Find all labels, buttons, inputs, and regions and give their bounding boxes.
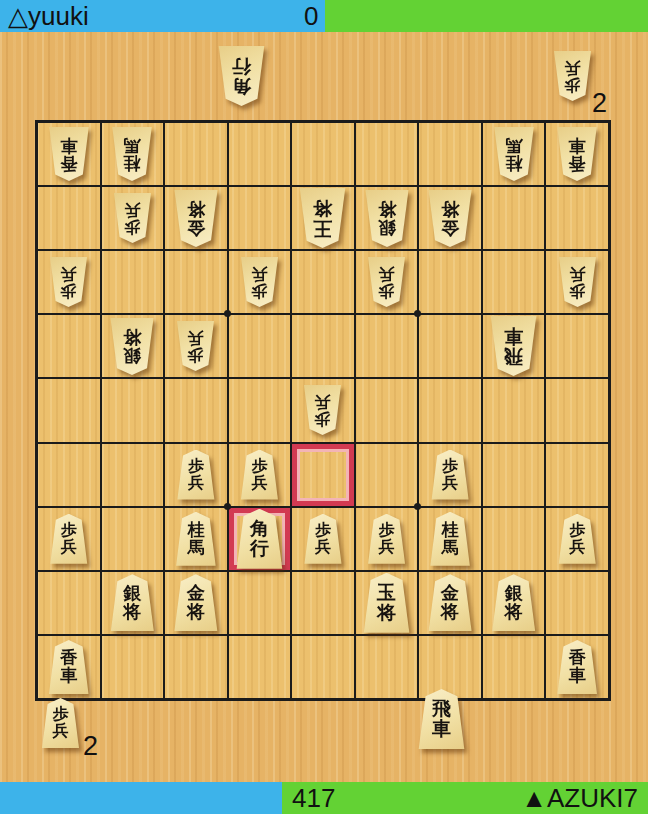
square-9d[interactable] xyxy=(37,314,101,378)
square-8g[interactable] xyxy=(101,507,165,571)
square-8a[interactable]: 桂馬 xyxy=(101,122,165,186)
piece-pawn-sente[interactable]: 歩兵 xyxy=(39,698,82,748)
piece-pawn-gote[interactable]: 歩兵 xyxy=(551,51,594,101)
piece-kanji: 角行 xyxy=(233,509,286,569)
piece-kanji: 歩兵 xyxy=(47,257,90,307)
square-5d[interactable] xyxy=(291,314,355,378)
piece-bishop-sente[interactable]: 角行 xyxy=(233,509,286,569)
square-5i[interactable] xyxy=(291,635,355,699)
square-7c[interactable] xyxy=(164,250,228,314)
hand-sente-rook[interactable]: 飛車 xyxy=(415,689,468,749)
piece-kanji: 香車 xyxy=(554,640,600,694)
square-6e[interactable] xyxy=(228,378,292,442)
piece-lance-gote[interactable]: 香車 xyxy=(554,127,600,181)
piece-kanji: 歩兵 xyxy=(174,321,217,371)
piece-pawn-sente[interactable]: 歩兵 xyxy=(556,514,599,564)
piece-kanji: 香車 xyxy=(46,127,92,181)
piece-knight-gote[interactable]: 桂馬 xyxy=(109,127,155,181)
hand-gote-pawn[interactable]: 歩兵 xyxy=(551,51,594,101)
square-3d[interactable] xyxy=(418,314,482,378)
piece-pawn-gote[interactable]: 歩兵 xyxy=(47,257,90,307)
piece-pawn-sente[interactable]: 歩兵 xyxy=(429,450,472,500)
hand-sente-pawn-count: 2 xyxy=(83,731,98,762)
hand-gote-bishop[interactable]: 角行 xyxy=(215,46,268,106)
square-1g[interactable]: 歩兵 xyxy=(545,507,609,571)
piece-pawn-gote[interactable]: 歩兵 xyxy=(111,193,154,243)
piece-kanji: 歩兵 xyxy=(551,51,594,101)
square-5a[interactable] xyxy=(291,122,355,186)
square-4h[interactable]: 玉将 xyxy=(355,571,419,635)
square-3e[interactable] xyxy=(418,378,482,442)
square-3f[interactable]: 歩兵 xyxy=(418,443,482,507)
piece-kanji: 銀将 xyxy=(107,318,157,375)
piece-kanji: 金将 xyxy=(425,190,475,247)
piece-pawn-sente[interactable]: 歩兵 xyxy=(238,450,281,500)
square-5b[interactable]: 王将 xyxy=(291,186,355,250)
square-6h[interactable] xyxy=(228,571,292,635)
piece-kanji: 歩兵 xyxy=(39,698,82,748)
piece-kanji: 歩兵 xyxy=(301,514,344,564)
piece-kanji: 歩兵 xyxy=(174,450,217,500)
piece-gold-sente[interactable]: 金将 xyxy=(171,574,221,631)
piece-kanji: 金将 xyxy=(171,574,221,631)
square-3h[interactable]: 金将 xyxy=(418,571,482,635)
piece-kanji: 歩兵 xyxy=(429,450,472,500)
square-4i[interactable] xyxy=(355,635,419,699)
square-2a[interactable]: 桂馬 xyxy=(482,122,546,186)
piece-gold-gote[interactable]: 金将 xyxy=(171,190,221,247)
piece-pawn-gote[interactable]: 歩兵 xyxy=(174,321,217,371)
piece-pawn-gote[interactable]: 歩兵 xyxy=(301,385,344,435)
piece-kanji: 銀将 xyxy=(107,574,157,631)
square-9i[interactable]: 香車 xyxy=(37,635,101,699)
piece-kanji: 歩兵 xyxy=(111,193,154,243)
piece-kanji: 桂馬 xyxy=(173,512,219,566)
square-9f[interactable] xyxy=(37,443,101,507)
piece-rook-sente[interactable]: 飛車 xyxy=(415,689,468,749)
gote-player-bar: △yuuki 0 xyxy=(0,0,648,32)
square-1h[interactable] xyxy=(545,571,609,635)
square-5f[interactable] xyxy=(291,443,355,507)
piece-knight-sente[interactable]: 桂馬 xyxy=(173,512,219,566)
square-4d[interactable] xyxy=(355,314,419,378)
piece-silver-sente[interactable]: 銀将 xyxy=(489,574,539,631)
square-8h[interactable]: 銀将 xyxy=(101,571,165,635)
square-5g[interactable]: 歩兵 xyxy=(291,507,355,571)
piece-king-gote[interactable]: 王将 xyxy=(296,188,349,248)
square-3c[interactable] xyxy=(418,250,482,314)
hoshi-dot xyxy=(224,310,231,317)
square-6i[interactable] xyxy=(228,635,292,699)
sente-bar-value: 417 xyxy=(292,782,335,814)
square-8b[interactable]: 歩兵 xyxy=(101,186,165,250)
piece-kanji: 金将 xyxy=(171,190,221,247)
square-4a[interactable] xyxy=(355,122,419,186)
square-4e[interactable] xyxy=(355,378,419,442)
square-7d[interactable]: 歩兵 xyxy=(164,314,228,378)
square-8c[interactable] xyxy=(101,250,165,314)
piece-pawn-sente[interactable]: 歩兵 xyxy=(365,514,408,564)
piece-pawn-gote[interactable]: 歩兵 xyxy=(556,257,599,307)
square-9h[interactable] xyxy=(37,571,101,635)
square-6f[interactable]: 歩兵 xyxy=(228,443,292,507)
sente-player-bar: 417 ▲AZUKI7 xyxy=(0,782,648,814)
square-2b[interactable] xyxy=(482,186,546,250)
square-4f[interactable] xyxy=(355,443,419,507)
square-7h[interactable]: 金将 xyxy=(164,571,228,635)
square-9g[interactable]: 歩兵 xyxy=(37,507,101,571)
piece-rook-gote[interactable]: 飛車 xyxy=(487,316,540,376)
piece-pawn-gote[interactable]: 歩兵 xyxy=(365,257,408,307)
piece-pawn-sente[interactable]: 歩兵 xyxy=(47,514,90,564)
piece-bishop-gote[interactable]: 角行 xyxy=(215,46,268,106)
square-1c[interactable]: 歩兵 xyxy=(545,250,609,314)
hand-gote-pawn-count: 2 xyxy=(592,88,607,119)
piece-king-sente[interactable]: 玉将 xyxy=(360,573,413,633)
gote-bar-green-segment xyxy=(325,0,648,32)
piece-kanji: 王将 xyxy=(296,188,349,248)
square-6c[interactable]: 歩兵 xyxy=(228,250,292,314)
square-7a[interactable] xyxy=(164,122,228,186)
piece-kanji: 香車 xyxy=(46,640,92,694)
square-7i[interactable] xyxy=(164,635,228,699)
square-8f[interactable] xyxy=(101,443,165,507)
piece-gold-gote[interactable]: 金将 xyxy=(425,190,475,247)
square-2f[interactable] xyxy=(482,443,546,507)
square-2i[interactable] xyxy=(482,635,546,699)
square-4c[interactable]: 歩兵 xyxy=(355,250,419,314)
sente-player-name: ▲AZUKI7 xyxy=(521,782,638,814)
piece-kanji: 歩兵 xyxy=(365,514,408,564)
square-5e[interactable]: 歩兵 xyxy=(291,378,355,442)
piece-kanji: 飛車 xyxy=(487,316,540,376)
square-7f[interactable]: 歩兵 xyxy=(164,443,228,507)
shogi-board: 香車桂馬桂馬香車歩兵金将王将銀将金将歩兵歩兵歩兵歩兵銀将歩兵飛車歩兵歩兵歩兵歩兵… xyxy=(35,120,611,701)
piece-kanji: 飛車 xyxy=(415,689,468,749)
square-8i[interactable] xyxy=(101,635,165,699)
piece-kanji: 金将 xyxy=(425,574,475,631)
square-4g[interactable]: 歩兵 xyxy=(355,507,419,571)
piece-silver-sente[interactable]: 銀将 xyxy=(107,574,157,631)
piece-kanji: 歩兵 xyxy=(301,385,344,435)
square-6b[interactable] xyxy=(228,186,292,250)
piece-kanji: 歩兵 xyxy=(47,514,90,564)
square-2g[interactable] xyxy=(482,507,546,571)
piece-kanji: 角行 xyxy=(215,46,268,106)
square-9b[interactable] xyxy=(37,186,101,250)
piece-knight-gote[interactable]: 桂馬 xyxy=(491,127,537,181)
piece-kanji: 歩兵 xyxy=(556,514,599,564)
square-2e[interactable] xyxy=(482,378,546,442)
square-2h[interactable]: 銀将 xyxy=(482,571,546,635)
square-1d[interactable] xyxy=(545,314,609,378)
square-2c[interactable] xyxy=(482,250,546,314)
piece-pawn-sente[interactable]: 歩兵 xyxy=(174,450,217,500)
square-9e[interactable] xyxy=(37,378,101,442)
piece-lance-gote[interactable]: 香車 xyxy=(46,127,92,181)
square-8e[interactable] xyxy=(101,378,165,442)
square-1b[interactable] xyxy=(545,186,609,250)
square-5h[interactable] xyxy=(291,571,355,635)
hoshi-dot xyxy=(414,503,421,510)
piece-kanji: 桂馬 xyxy=(427,512,473,566)
square-1a[interactable]: 香車 xyxy=(545,122,609,186)
hoshi-dot xyxy=(224,503,231,510)
square-5c[interactable] xyxy=(291,250,355,314)
square-1f[interactable] xyxy=(545,443,609,507)
square-6g[interactable]: 角行 xyxy=(228,507,292,571)
square-9a[interactable]: 香車 xyxy=(37,122,101,186)
square-3a[interactable] xyxy=(418,122,482,186)
piece-kanji: 玉将 xyxy=(360,573,413,633)
piece-lance-sente[interactable]: 香車 xyxy=(554,640,600,694)
piece-pawn-sente[interactable]: 歩兵 xyxy=(301,514,344,564)
square-6d[interactable] xyxy=(228,314,292,378)
piece-kanji: 歩兵 xyxy=(365,257,408,307)
piece-knight-sente[interactable]: 桂馬 xyxy=(427,512,473,566)
gote-bar-value: 0 xyxy=(304,0,318,32)
piece-kanji: 銀将 xyxy=(489,574,539,631)
piece-kanji: 歩兵 xyxy=(238,257,281,307)
square-7g[interactable]: 桂馬 xyxy=(164,507,228,571)
square-8d[interactable]: 銀将 xyxy=(101,314,165,378)
piece-lance-sente[interactable]: 香車 xyxy=(46,640,92,694)
square-6a[interactable] xyxy=(228,122,292,186)
square-4b[interactable]: 銀将 xyxy=(355,186,419,250)
square-9c[interactable]: 歩兵 xyxy=(37,250,101,314)
piece-kanji: 歩兵 xyxy=(238,450,281,500)
gote-player-name: △yuuki xyxy=(8,0,89,32)
square-1e[interactable] xyxy=(545,378,609,442)
square-3b[interactable]: 金将 xyxy=(418,186,482,250)
piece-kanji: 歩兵 xyxy=(556,257,599,307)
piece-kanji: 銀将 xyxy=(362,190,412,247)
piece-silver-gote[interactable]: 銀将 xyxy=(107,318,157,375)
piece-silver-gote[interactable]: 銀将 xyxy=(362,190,412,247)
piece-kanji: 桂馬 xyxy=(491,127,537,181)
square-3g[interactable]: 桂馬 xyxy=(418,507,482,571)
square-7e[interactable] xyxy=(164,378,228,442)
square-7b[interactable]: 金将 xyxy=(164,186,228,250)
piece-pawn-gote[interactable]: 歩兵 xyxy=(238,257,281,307)
piece-kanji: 桂馬 xyxy=(109,127,155,181)
square-2d[interactable]: 飛車 xyxy=(482,314,546,378)
hand-sente-pawn[interactable]: 歩兵 xyxy=(39,698,82,748)
piece-gold-sente[interactable]: 金将 xyxy=(425,574,475,631)
piece-kanji: 香車 xyxy=(554,127,600,181)
square-1i[interactable]: 香車 xyxy=(545,635,609,699)
